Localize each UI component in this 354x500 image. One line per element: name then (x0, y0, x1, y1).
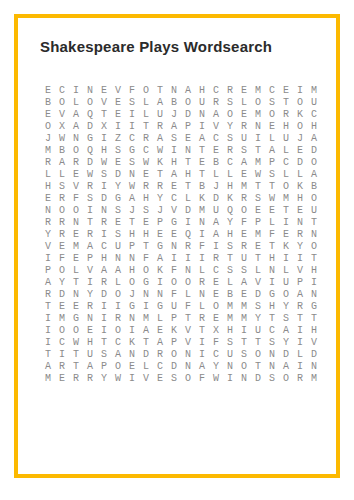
grid-cell: T (237, 337, 251, 349)
grid-cell: K (279, 241, 293, 253)
grid-cell: Y (279, 301, 293, 313)
grid-cell: V (293, 265, 307, 277)
grid-cell: L (195, 301, 209, 313)
grid-cell: J (293, 133, 307, 145)
grid-cell: G (265, 289, 279, 301)
grid-cell: L (139, 361, 153, 373)
grid-cell: I (125, 325, 139, 337)
grid-cell: O (167, 349, 181, 361)
grid-cell: A (307, 133, 321, 145)
grid-cell: I (265, 277, 279, 289)
grid-cell: F (167, 265, 181, 277)
grid-cell: T (195, 169, 209, 181)
grid-cell: Y (279, 337, 293, 349)
grid-cell: A (97, 265, 111, 277)
grid-cell: F (181, 301, 195, 313)
grid-cell: N (195, 109, 209, 121)
grid-cell: R (293, 229, 307, 241)
grid-cell: T (83, 217, 97, 229)
grid-cell: M (237, 181, 251, 193)
grid-cell: A (167, 169, 181, 181)
grid-cell: D (279, 349, 293, 361)
grid-cell: L (181, 193, 195, 205)
grid-cell: R (41, 157, 55, 169)
grid-cell: Z (111, 133, 125, 145)
grid-cell: V (41, 241, 55, 253)
grid-cell: I (97, 229, 111, 241)
grid-cell: T (307, 217, 321, 229)
grid-cell: G (153, 301, 167, 313)
grid-cell: G (153, 241, 167, 253)
grid-cell: N (237, 373, 251, 385)
grid-cell: K (293, 109, 307, 121)
grid-cell: S (55, 181, 69, 193)
grid-cell: H (139, 193, 153, 205)
grid-cell: E (69, 229, 83, 241)
grid-cell: A (55, 157, 69, 169)
grid-cell: A (195, 133, 209, 145)
grid-cell: O (279, 373, 293, 385)
grid-cell: A (279, 361, 293, 373)
grid-cell: U (307, 97, 321, 109)
grid-cell: O (69, 325, 83, 337)
grid-cell: H (83, 337, 97, 349)
grid-cell: H (195, 85, 209, 97)
grid-cell: I (139, 301, 153, 313)
grid-cell: S (223, 337, 237, 349)
grid-cell: E (237, 169, 251, 181)
grid-cell: B (223, 289, 237, 301)
grid-cell: L (279, 265, 293, 277)
grid-cell: W (251, 169, 265, 181)
grid-cell: R (209, 253, 223, 265)
grid-cell: T (41, 349, 55, 361)
grid-cell: V (209, 121, 223, 133)
grid-cell: C (209, 85, 223, 97)
grid-cell: L (265, 133, 279, 145)
grid-cell: T (279, 97, 293, 109)
grid-cell: I (97, 313, 111, 325)
grid-cell: O (125, 277, 139, 289)
grid-cell: S (223, 241, 237, 253)
grid-cell: C (265, 85, 279, 97)
grid-cell: F (209, 337, 223, 349)
grid-cell: V (167, 205, 181, 217)
grid-cell: A (209, 109, 223, 121)
grid-cell: I (293, 253, 307, 265)
grid-cell: E (125, 361, 139, 373)
grid-cell: R (209, 97, 223, 109)
grid-cell: T (251, 181, 265, 193)
grid-cell: M (195, 205, 209, 217)
grid-cell: H (279, 121, 293, 133)
grid-cell: N (125, 253, 139, 265)
grid-cell: B (41, 97, 55, 109)
grid-cell: O (251, 349, 265, 361)
grid-cell: N (69, 133, 83, 145)
grid-cell: E (153, 229, 167, 241)
grid-cell: R (83, 373, 97, 385)
grid-cell: D (139, 349, 153, 361)
grid-cell: H (223, 181, 237, 193)
grid-cell: C (209, 349, 223, 361)
grid-cell: X (55, 121, 69, 133)
grid-cell: E (83, 325, 97, 337)
grid-cell: Y (97, 373, 111, 385)
grid-cell: V (181, 337, 195, 349)
grid-cell: E (139, 217, 153, 229)
grid-cell: I (69, 85, 83, 97)
grid-cell: T (265, 241, 279, 253)
grid-cell: A (111, 349, 125, 361)
grid-cell: H (41, 181, 55, 193)
grid-cell: E (41, 109, 55, 121)
grid-cell: T (195, 325, 209, 337)
grid-cell: A (237, 157, 251, 169)
grid-cell: N (251, 121, 265, 133)
grid-cell: O (265, 109, 279, 121)
grid-cell: H (307, 325, 321, 337)
grid-cell: D (97, 193, 111, 205)
grid-cell: H (167, 157, 181, 169)
grid-cell: S (223, 265, 237, 277)
grid-cell: U (83, 349, 97, 361)
grid-cell: E (209, 313, 223, 325)
grid-cell: S (97, 349, 111, 361)
grid-cell: W (265, 193, 279, 205)
grid-cell: J (125, 289, 139, 301)
grid-cell: F (139, 253, 153, 265)
grid-cell: I (41, 253, 55, 265)
grid-cell: N (167, 241, 181, 253)
grid-cell: M (307, 373, 321, 385)
grid-cell: Y (83, 289, 97, 301)
grid-cell: X (97, 121, 111, 133)
grid-cell: K (153, 157, 167, 169)
grid-cell: M (279, 193, 293, 205)
grid-cell: I (293, 325, 307, 337)
grid-cell: Q (83, 145, 97, 157)
grid-cell: Y (55, 277, 69, 289)
grid-cell: I (97, 325, 111, 337)
grid-cell: U (279, 277, 293, 289)
grid-cell: A (69, 109, 83, 121)
grid-cell: R (195, 277, 209, 289)
grid-cell: A (167, 121, 181, 133)
grid-cell: E (167, 229, 181, 241)
grid-cell: I (279, 217, 293, 229)
grid-cell: M (69, 241, 83, 253)
grid-cell: I (293, 85, 307, 97)
grid-cell: G (307, 301, 321, 313)
grid-cell: T (251, 253, 265, 265)
grid-cell: W (55, 133, 69, 145)
grid-cell: C (97, 241, 111, 253)
grid-cell: H (307, 265, 321, 277)
grid-cell: D (307, 145, 321, 157)
grid-cell: S (83, 193, 97, 205)
grid-cell: R (293, 373, 307, 385)
grid-cell: O (55, 265, 69, 277)
grid-cell: R (237, 121, 251, 133)
grid-cell: O (293, 121, 307, 133)
grid-cell: T (139, 241, 153, 253)
grid-cell: T (265, 181, 279, 193)
grid-cell: S (265, 337, 279, 349)
grid-cell: R (111, 313, 125, 325)
grid-cell: R (279, 109, 293, 121)
grid-cell: M (237, 301, 251, 313)
grid-cell: D (111, 169, 125, 181)
grid-cell: O (55, 97, 69, 109)
grid-cell: R (41, 289, 55, 301)
grid-cell: T (153, 85, 167, 97)
grid-cell: L (195, 265, 209, 277)
grid-cell: F (55, 253, 69, 265)
grid-cell: E (293, 145, 307, 157)
grid-cell: F (195, 373, 209, 385)
grid-cell: I (181, 217, 195, 229)
grid-cell: E (41, 85, 55, 97)
grid-cell: O (279, 289, 293, 301)
grid-cell: A (153, 133, 167, 145)
grid-cell: H (139, 229, 153, 241)
grid-cell: P (251, 217, 265, 229)
grid-cell: I (237, 325, 251, 337)
grid-cell: R (69, 157, 83, 169)
grid-cell: D (307, 349, 321, 361)
grid-cell: N (181, 145, 195, 157)
grid-cell: I (181, 253, 195, 265)
grid-cell: P (293, 277, 307, 289)
grid-cell: I (195, 121, 209, 133)
grid-cell: C (167, 193, 181, 205)
grid-cell: I (41, 337, 55, 349)
grid-cell: I (97, 133, 111, 145)
grid-cell: Y (153, 193, 167, 205)
grid-cell: E (237, 289, 251, 301)
grid-cell: A (153, 337, 167, 349)
grid-cell: V (111, 85, 125, 97)
grid-cell: B (167, 97, 181, 109)
grid-cell: U (279, 133, 293, 145)
grid-cell: X (209, 325, 223, 337)
grid-cell: A (181, 85, 195, 97)
grid-cell: T (251, 361, 265, 373)
grid-cell: M (41, 373, 55, 385)
grid-cell: W (69, 337, 83, 349)
grid-cell: R (55, 193, 69, 205)
grid-cell: H (97, 145, 111, 157)
grid-cell: N (41, 205, 55, 217)
grid-cell: H (97, 253, 111, 265)
grid-cell: M (223, 313, 237, 325)
grid-cell: W (153, 145, 167, 157)
grid-cell: S (265, 373, 279, 385)
grid-cell: N (307, 229, 321, 241)
grid-cell: S (237, 265, 251, 277)
grid-cell: I (307, 277, 321, 289)
grid-cell: Y (223, 217, 237, 229)
grid-cell: N (125, 313, 139, 325)
grid-cell: L (209, 169, 223, 181)
grid-cell: F (237, 217, 251, 229)
grid-cell: W (139, 157, 153, 169)
grid-cell: R (69, 373, 83, 385)
grid-cell: O (69, 205, 83, 217)
grid-cell: E (153, 373, 167, 385)
grid-cell: I (111, 301, 125, 313)
grid-cell: A (41, 361, 55, 373)
grid-cell: N (307, 289, 321, 301)
grid-cell: N (265, 361, 279, 373)
grid-cell: I (41, 325, 55, 337)
grid-cell: N (307, 361, 321, 373)
grid-cell: E (237, 229, 251, 241)
grid-cell: M (307, 85, 321, 97)
grid-cell: O (55, 325, 69, 337)
grid-cell: B (209, 157, 223, 169)
grid-cell: O (181, 277, 195, 289)
grid-cell: R (139, 133, 153, 145)
grid-cell: M (55, 313, 69, 325)
grid-cell: R (55, 361, 69, 373)
grid-cell: R (153, 181, 167, 193)
grid-cell: E (69, 169, 83, 181)
grid-cell: Y (251, 313, 265, 325)
grid-cell: P (153, 217, 167, 229)
grid-cell: S (237, 349, 251, 361)
grid-cell: I (97, 181, 111, 193)
grid-cell: R (293, 301, 307, 313)
grid-cell: D (55, 289, 69, 301)
grid-cell: S (111, 205, 125, 217)
grid-cell: B (195, 181, 209, 193)
grid-cell: C (209, 265, 223, 277)
grid-cell: T (41, 301, 55, 313)
grid-cell: C (55, 85, 69, 97)
grid-cell: K (125, 337, 139, 349)
grid-cell: I (251, 133, 265, 145)
grid-cell: N (265, 265, 279, 277)
grid-cell: T (139, 121, 153, 133)
grid-cell: E (139, 169, 153, 181)
grid-cell: G (167, 217, 181, 229)
grid-cell: L (69, 265, 83, 277)
grid-cell: L (55, 169, 69, 181)
grid-cell: M (251, 85, 265, 97)
grid-cell: G (83, 133, 97, 145)
grid-cell: C (265, 325, 279, 337)
grid-cell: U (195, 97, 209, 109)
grid-cell: E (181, 133, 195, 145)
grid-cell: V (139, 373, 153, 385)
grid-cell: O (69, 145, 83, 157)
grid-cell: D (209, 193, 223, 205)
grid-cell: B (307, 181, 321, 193)
grid-cell: T (69, 349, 83, 361)
grid-cell: F (265, 229, 279, 241)
grid-cell: P (41, 265, 55, 277)
grid-cell: T (181, 157, 195, 169)
grid-cell: A (307, 169, 321, 181)
grid-cell: I (83, 205, 97, 217)
grid-cell: T (97, 109, 111, 121)
grid-cell: L (251, 265, 265, 277)
grid-cell: L (139, 109, 153, 121)
grid-cell: T (181, 313, 195, 325)
grid-cell: Q (223, 205, 237, 217)
grid-cell: R (41, 217, 55, 229)
grid-cell: N (265, 349, 279, 361)
page-title: Shakespeare Plays Wordsearch (40, 39, 272, 55)
grid-cell: W (83, 169, 97, 181)
grid-cell: Y (209, 361, 223, 373)
grid-cell: V (181, 325, 195, 337)
grid-cell: Q (181, 229, 195, 241)
grid-cell: K (153, 265, 167, 277)
grid-cell: I (195, 337, 209, 349)
grid-cell: T (265, 313, 279, 325)
grid-cell: E (111, 157, 125, 169)
grid-cell: E (209, 277, 223, 289)
grid-cell: C (209, 133, 223, 145)
grid-cell: I (125, 373, 139, 385)
grid-cell: E (55, 373, 69, 385)
grid-cell: H (125, 265, 139, 277)
grid-cell: I (41, 313, 55, 325)
grid-cell: F (167, 289, 181, 301)
grid-cell: L (153, 313, 167, 325)
grid-cell: O (307, 157, 321, 169)
grid-cell: K (293, 181, 307, 193)
grid-cell: R (153, 121, 167, 133)
grid-cell: U (237, 133, 251, 145)
grid-cell: V (307, 337, 321, 349)
grid-cell: L (293, 349, 307, 361)
grid-cell: R (55, 217, 69, 229)
grid-cell: O (181, 97, 195, 109)
grid-cell: L (111, 277, 125, 289)
grid-cell: E (69, 301, 83, 313)
grid-cell: M (139, 313, 153, 325)
grid-cell: F (195, 241, 209, 253)
grid-cell: O (223, 109, 237, 121)
grid-cell: U (111, 241, 125, 253)
grid-cell: T (293, 313, 307, 325)
grid-cell: N (181, 361, 195, 373)
grid-cell: P (265, 157, 279, 169)
grid-cell: N (97, 205, 111, 217)
grid-cell: Y (111, 181, 125, 193)
grid-cell: A (265, 145, 279, 157)
grid-cell: R (55, 229, 69, 241)
grid-cell: Y (223, 121, 237, 133)
grid-cell: C (153, 361, 167, 373)
grid-cell: J (209, 181, 223, 193)
grid-cell: H (307, 121, 321, 133)
grid-cell: J (167, 109, 181, 121)
grid-cell: H (293, 193, 307, 205)
grid-cell: H (223, 325, 237, 337)
grid-cell: U (251, 325, 265, 337)
grid-cell: J (125, 205, 139, 217)
grid-cell: R (195, 313, 209, 325)
grid-cell: N (83, 313, 97, 325)
grid-cell: N (69, 217, 83, 229)
grid-cell: O (181, 373, 195, 385)
grid-cell: P (181, 121, 195, 133)
